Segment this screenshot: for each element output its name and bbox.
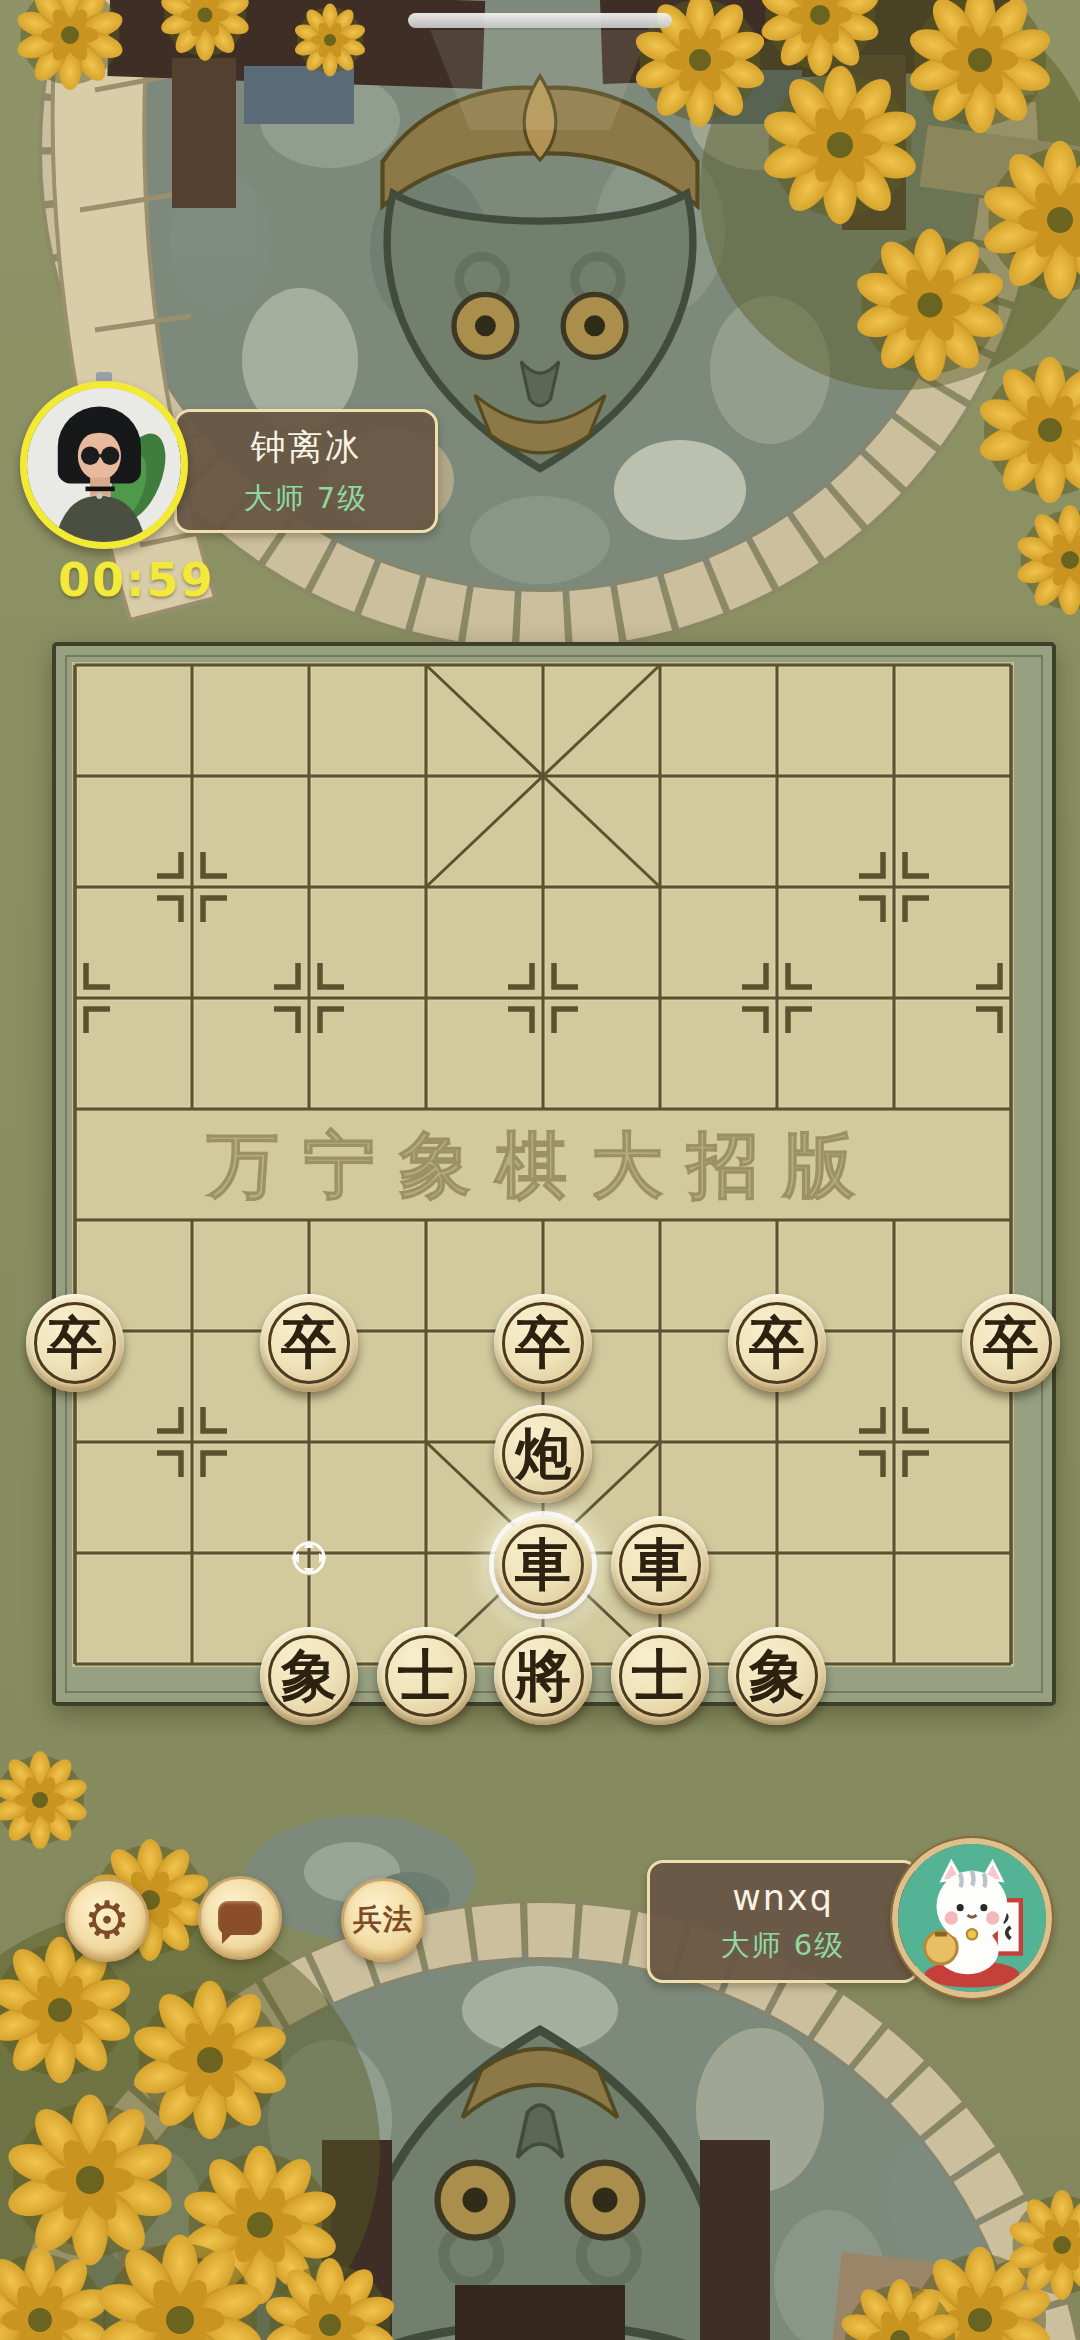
piece-character: 車 <box>632 1537 688 1593</box>
piece-character: 炮 <box>515 1426 571 1482</box>
piece-advisor[interactable]: 士 <box>611 1627 709 1725</box>
piece-cannon[interactable]: 炮 <box>494 1405 592 1503</box>
self-portrait-cat <box>898 1844 1046 1992</box>
piece-elephant[interactable]: 象 <box>728 1627 826 1725</box>
gear-icon: ⚙ <box>84 1894 131 1946</box>
crosshair-reticle <box>285 1534 333 1582</box>
piece-pawn[interactable]: 卒 <box>962 1294 1060 1392</box>
piece-pawn[interactable]: 卒 <box>728 1294 826 1392</box>
settings-button[interactable]: ⚙ <box>65 1878 149 1962</box>
strategy-button-label: 兵法 <box>353 1900 413 1940</box>
piece-character: 卒 <box>281 1315 337 1371</box>
piece-character: 卒 <box>983 1315 1039 1371</box>
self-avatar[interactable] <box>892 1838 1052 1998</box>
opponent-rank: 大师 7级 <box>244 479 369 519</box>
self-rank: 大师 6级 <box>721 1926 846 1966</box>
piece-character: 車 <box>515 1537 571 1593</box>
piece-general[interactable]: 將 <box>494 1627 592 1725</box>
piece-pawn[interactable]: 卒 <box>26 1294 124 1392</box>
chat-button[interactable] <box>198 1876 282 1960</box>
opponent-name-plate: 钟离冰 大师 7级 <box>174 409 438 533</box>
piece-character: 象 <box>749 1648 805 1704</box>
piece-character: 將 <box>515 1648 571 1704</box>
self-name: wnxq <box>732 1878 834 1918</box>
piece-chariot[interactable]: 車 <box>494 1516 592 1614</box>
piece-character: 卒 <box>749 1315 805 1371</box>
piece-advisor[interactable]: 士 <box>377 1627 475 1725</box>
piece-character: 卒 <box>515 1315 571 1371</box>
piece-pawn[interactable]: 卒 <box>260 1294 358 1392</box>
self-name-plate: wnxq 大师 6级 <box>647 1860 919 1983</box>
game-screen: 万宁象棋大招版 卒卒卒卒卒炮車車象士將士象 钟离冰 大师 7级 <box>0 0 1080 2340</box>
piece-chariot[interactable]: 車 <box>611 1516 709 1614</box>
speech-bubble-icon <box>218 1901 262 1935</box>
camera-notch-pill <box>408 13 672 28</box>
piece-pawn[interactable]: 卒 <box>494 1294 592 1392</box>
piece-elephant[interactable]: 象 <box>260 1627 358 1725</box>
opponent-name: 钟离冰 <box>251 424 362 471</box>
opponent-avatar[interactable] <box>20 381 188 549</box>
piece-character: 士 <box>632 1648 688 1704</box>
piece-character: 士 <box>398 1648 454 1704</box>
opponent-portrait <box>27 388 181 542</box>
piece-character: 卒 <box>47 1315 103 1371</box>
river-watermark: 万宁象棋大招版 <box>205 1123 879 1207</box>
strategy-button[interactable]: 兵法 <box>341 1878 425 1962</box>
opponent-timer: 00:59 <box>58 553 214 607</box>
piece-character: 象 <box>281 1648 337 1704</box>
